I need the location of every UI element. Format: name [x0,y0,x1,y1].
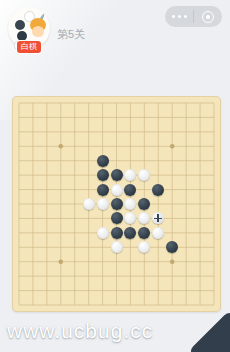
more-dots-icon [172,15,175,18]
wechat-capsule [165,6,222,27]
black-stone [111,169,123,181]
move-cursor-icon [152,212,164,224]
black-stone [124,227,136,239]
circle-target-icon [202,11,214,23]
black-stone [166,241,178,253]
avatar-black-stone-icon [15,20,25,30]
minimize-button[interactable] [194,6,222,27]
avatar-character-face [32,26,44,37]
white-stone [83,198,95,210]
black-stone [97,155,109,167]
more-button[interactable] [165,6,193,27]
black-stone [97,169,109,181]
white-stone [138,169,150,181]
white-stone [111,184,123,196]
white-stone [138,212,150,224]
white-stone [124,169,136,181]
corner-shape [188,310,230,352]
black-stone [111,227,123,239]
white-stone [138,241,150,253]
game-board[interactable] [12,96,221,312]
white-stone [124,212,136,224]
black-stone [138,198,150,210]
black-stone [124,184,136,196]
black-stone [97,184,109,196]
white-stone [97,198,109,210]
white-stone [124,198,136,210]
app-screen: 白棋 第5关 www.ucbug.cc [0,0,230,352]
white-stone [111,241,123,253]
player-avatar[interactable]: 白棋 [8,7,50,49]
player-color-badge: 白棋 [17,41,41,53]
black-stone [138,227,150,239]
level-label: 第5关 [57,27,85,42]
white-stone [97,227,109,239]
stones-layer [12,96,221,312]
watermark-text: www.ucbug.cc [7,319,153,343]
black-stone [152,184,164,196]
black-stone [111,212,123,224]
black-stone [111,198,123,210]
white-stone [152,227,164,239]
